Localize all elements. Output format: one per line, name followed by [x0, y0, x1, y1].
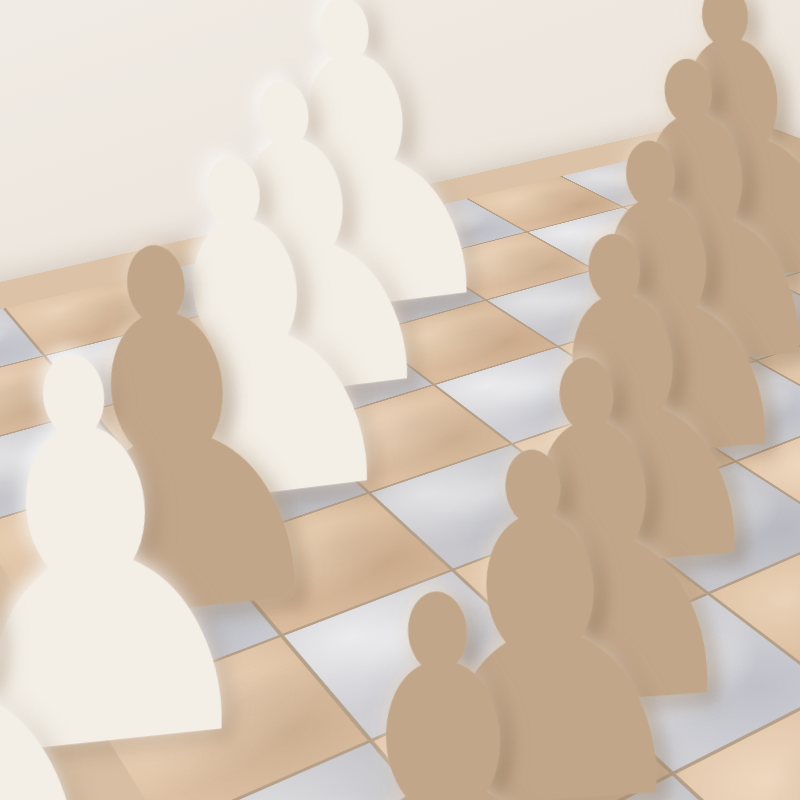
pieces-layer: ♟♟♟♟♟♟♟♟♟♟♟♟♟	[0, 0, 800, 800]
scene: ♟♟♟♟♟♟♟♟♟♟♟♟♟	[0, 0, 800, 800]
beige-pawn-7[interactable]: ♟	[268, 524, 624, 800]
